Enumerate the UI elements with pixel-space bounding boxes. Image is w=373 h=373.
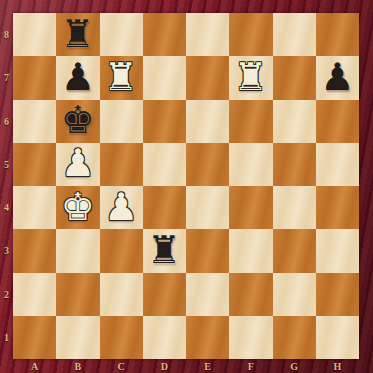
rank-label-4: 4	[0, 186, 13, 229]
square-c7[interactable]: ♜	[100, 56, 143, 99]
square-a4[interactable]	[13, 186, 56, 229]
square-f2[interactable]	[229, 273, 272, 316]
file-labels: ABCDEFGH	[13, 359, 359, 373]
chess-board: ♜♟♜♜♟♚♟♚♟♜	[13, 13, 359, 359]
square-e6[interactable]	[186, 100, 229, 143]
square-a3[interactable]	[13, 229, 56, 272]
square-f8[interactable]	[229, 13, 272, 56]
square-b6[interactable]: ♚	[56, 100, 99, 143]
board-frame: ♜♟♜♜♟♚♟♚♟♜ 87654321 ABCDEFGH	[0, 0, 373, 373]
square-d4[interactable]	[143, 186, 186, 229]
file-label-h: H	[316, 359, 359, 373]
square-g1[interactable]	[273, 316, 316, 359]
file-label-d: D	[143, 359, 186, 373]
file-label-g: G	[273, 359, 316, 373]
rank-label-7: 7	[0, 56, 13, 99]
square-d7[interactable]	[143, 56, 186, 99]
square-b1[interactable]	[56, 316, 99, 359]
square-h5[interactable]	[316, 143, 359, 186]
white-king: ♚	[61, 188, 95, 226]
square-c5[interactable]	[100, 143, 143, 186]
square-c2[interactable]	[100, 273, 143, 316]
square-g5[interactable]	[273, 143, 316, 186]
square-h7[interactable]: ♟	[316, 56, 359, 99]
square-g7[interactable]	[273, 56, 316, 99]
square-f1[interactable]	[229, 316, 272, 359]
rank-label-3: 3	[0, 229, 13, 272]
square-d3[interactable]: ♜	[143, 229, 186, 272]
rank-label-8: 8	[0, 13, 13, 56]
square-e1[interactable]	[186, 316, 229, 359]
square-f3[interactable]	[229, 229, 272, 272]
square-d2[interactable]	[143, 273, 186, 316]
file-label-b: B	[56, 359, 99, 373]
square-h3[interactable]	[316, 229, 359, 272]
file-label-a: A	[13, 359, 56, 373]
rank-label-5: 5	[0, 143, 13, 186]
square-c8[interactable]	[100, 13, 143, 56]
square-h1[interactable]	[316, 316, 359, 359]
black-rook: ♜	[147, 231, 181, 269]
square-b5[interactable]: ♟	[56, 143, 99, 186]
square-e8[interactable]	[186, 13, 229, 56]
square-h8[interactable]	[316, 13, 359, 56]
square-h6[interactable]	[316, 100, 359, 143]
rank-label-1: 1	[0, 316, 13, 359]
square-e2[interactable]	[186, 273, 229, 316]
square-g3[interactable]	[273, 229, 316, 272]
square-g6[interactable]	[273, 100, 316, 143]
square-e7[interactable]	[186, 56, 229, 99]
rank-label-2: 2	[0, 273, 13, 316]
square-d6[interactable]	[143, 100, 186, 143]
square-f6[interactable]	[229, 100, 272, 143]
square-g4[interactable]	[273, 186, 316, 229]
black-pawn: ♟	[61, 58, 95, 96]
square-a1[interactable]	[13, 316, 56, 359]
square-c3[interactable]	[100, 229, 143, 272]
square-c4[interactable]: ♟	[100, 186, 143, 229]
file-label-e: E	[186, 359, 229, 373]
square-a8[interactable]	[13, 13, 56, 56]
square-c6[interactable]	[100, 100, 143, 143]
square-h4[interactable]	[316, 186, 359, 229]
file-label-c: C	[100, 359, 143, 373]
square-e5[interactable]	[186, 143, 229, 186]
black-rook: ♜	[61, 15, 95, 53]
square-e3[interactable]	[186, 229, 229, 272]
square-b3[interactable]	[56, 229, 99, 272]
square-c1[interactable]	[100, 316, 143, 359]
square-b2[interactable]	[56, 273, 99, 316]
square-g2[interactable]	[273, 273, 316, 316]
square-f5[interactable]	[229, 143, 272, 186]
square-d1[interactable]	[143, 316, 186, 359]
square-a7[interactable]	[13, 56, 56, 99]
white-rook: ♜	[234, 58, 268, 96]
square-a5[interactable]	[13, 143, 56, 186]
square-d8[interactable]	[143, 13, 186, 56]
square-a2[interactable]	[13, 273, 56, 316]
rank-label-6: 6	[0, 100, 13, 143]
square-d5[interactable]	[143, 143, 186, 186]
square-b8[interactable]: ♜	[56, 13, 99, 56]
black-king: ♚	[61, 101, 95, 139]
square-a6[interactable]	[13, 100, 56, 143]
rank-labels: 87654321	[0, 13, 13, 359]
file-label-f: F	[229, 359, 272, 373]
square-b4[interactable]: ♚	[56, 186, 99, 229]
square-f7[interactable]: ♜	[229, 56, 272, 99]
white-pawn: ♟	[61, 144, 95, 182]
white-pawn: ♟	[104, 188, 138, 226]
black-pawn: ♟	[320, 58, 354, 96]
square-f4[interactable]	[229, 186, 272, 229]
square-g8[interactable]	[273, 13, 316, 56]
square-h2[interactable]	[316, 273, 359, 316]
square-e4[interactable]	[186, 186, 229, 229]
square-b7[interactable]: ♟	[56, 56, 99, 99]
white-rook: ♜	[104, 58, 138, 96]
